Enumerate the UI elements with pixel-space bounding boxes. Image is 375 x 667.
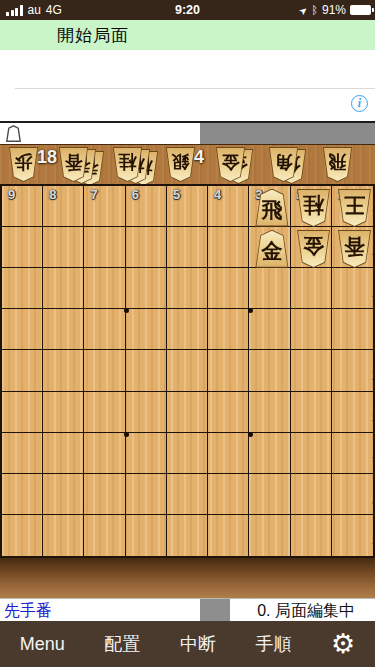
board-cell[interactable] [43, 515, 84, 556]
board-cell[interactable] [167, 515, 208, 556]
board-cell[interactable] [332, 309, 373, 350]
hand-group-角[interactable]: 角角 [268, 147, 328, 185]
hand-group-金[interactable]: 金金 [215, 147, 275, 185]
board-cell[interactable] [43, 433, 84, 474]
board-cell[interactable] [208, 309, 249, 350]
battery-percent-label: 91% [322, 3, 346, 17]
settings-gear-icon[interactable]: ⚙ [331, 631, 355, 658]
board-cell[interactable] [2, 268, 43, 309]
board-cell[interactable] [2, 227, 43, 268]
board-cell[interactable] [126, 515, 167, 556]
board-cell[interactable] [126, 474, 167, 515]
board-cell[interactable] [332, 515, 373, 556]
hand-count-label: 18 [37, 147, 57, 168]
board-cell[interactable] [291, 309, 332, 350]
shogi-board[interactable]: 987654321一二三四五六七八九飛桂王金金香 [0, 184, 375, 558]
file-label: 7 [90, 187, 97, 202]
board-cell[interactable] [332, 268, 373, 309]
board-cell[interactable] [2, 515, 43, 556]
board-cell[interactable] [126, 268, 167, 309]
board-cell[interactable] [84, 392, 125, 433]
board-cell[interactable] [84, 515, 125, 556]
gote-piece-銀[interactable]: 銀 [165, 147, 196, 182]
board-cell[interactable] [208, 350, 249, 391]
board-cell[interactable] [249, 474, 290, 515]
sente-hand-tray[interactable] [0, 558, 375, 598]
board-cell[interactable] [2, 433, 43, 474]
board-cell[interactable] [84, 268, 125, 309]
board-cell[interactable] [167, 309, 208, 350]
gote-piece-歩[interactable]: 歩 [8, 147, 39, 182]
status-right: ➤ ᛒ 91% [299, 0, 371, 20]
file-label: 5 [173, 187, 180, 202]
board-cell[interactable] [43, 268, 84, 309]
location-arrow-icon: ➤ [296, 3, 309, 17]
board-cell[interactable] [167, 350, 208, 391]
board-cell[interactable] [43, 350, 84, 391]
gote-clock-area [200, 123, 375, 144]
hand-group-飛[interactable]: 飛 [322, 147, 375, 185]
page-title: 開始局面 [57, 24, 129, 47]
status-divider-block [200, 599, 230, 622]
bottom-toolbar: Menu 配置 中断 手順 ⚙ [0, 621, 375, 667]
nav-header: 開始局面 [0, 20, 375, 50]
moves-button[interactable]: 手順 [255, 632, 291, 656]
file-label: 9 [8, 187, 15, 202]
board-cell[interactable] [208, 474, 249, 515]
board-cell[interactable] [249, 350, 290, 391]
board-cell[interactable] [208, 268, 249, 309]
hand-group-桂[interactable]: 桂桂桂 [112, 147, 172, 185]
board-cell[interactable] [167, 392, 208, 433]
board-cell[interactable] [208, 227, 249, 268]
board-cell[interactable] [208, 392, 249, 433]
board-cell[interactable] [332, 433, 373, 474]
board-cell[interactable] [291, 268, 332, 309]
gote-piece-icon [6, 125, 21, 142]
battery-icon [350, 5, 371, 15]
hand-count-label: 4 [194, 147, 204, 168]
board-cell[interactable] [126, 392, 167, 433]
board-cell[interactable] [2, 309, 43, 350]
menu-button[interactable]: Menu [20, 634, 65, 655]
board-cell[interactable] [249, 309, 290, 350]
board-cell[interactable] [2, 474, 43, 515]
board-cell[interactable] [167, 227, 208, 268]
board-cell[interactable] [84, 309, 125, 350]
file-label: 6 [132, 187, 139, 202]
board-cell[interactable] [291, 433, 332, 474]
board-cell[interactable] [126, 433, 167, 474]
content-area: i [0, 50, 375, 121]
status-bar: au 4G 9:20 ➤ ᛒ 91% [0, 0, 375, 20]
board-cell[interactable] [2, 350, 43, 391]
placement-button[interactable]: 配置 [104, 632, 140, 656]
gote-piece-飛[interactable]: 飛 [322, 147, 353, 182]
board-cell[interactable] [291, 392, 332, 433]
interrupt-button[interactable]: 中断 [180, 632, 216, 656]
board-cell[interactable] [291, 350, 332, 391]
board-cell[interactable] [208, 433, 249, 474]
board-cell[interactable] [84, 227, 125, 268]
separator-line [15, 88, 375, 89]
board-cell[interactable] [249, 515, 290, 556]
board-cell[interactable] [43, 474, 84, 515]
board-cell[interactable] [126, 227, 167, 268]
gote-hand-tray[interactable]: 歩18香香香桂桂桂銀4金金角角飛 [0, 144, 375, 184]
board-cell[interactable] [43, 227, 84, 268]
info-button[interactable]: i [351, 95, 368, 112]
bluetooth-icon: ᛒ [311, 4, 318, 16]
board-cell[interactable] [249, 392, 290, 433]
edit-state-label: 0. 局面編集中 [257, 601, 355, 622]
board-cell[interactable] [167, 433, 208, 474]
hand-group-香[interactable]: 香香香 [58, 147, 118, 185]
board-cell[interactable] [332, 350, 373, 391]
gote-name-area[interactable] [0, 123, 200, 144]
gote-player-bar [0, 123, 375, 144]
board-cell[interactable] [84, 350, 125, 391]
board-cell[interactable] [208, 515, 249, 556]
board-cell[interactable] [332, 392, 373, 433]
board-cell[interactable] [249, 268, 290, 309]
board-cell[interactable] [126, 350, 167, 391]
board-cell[interactable] [167, 268, 208, 309]
board-cell[interactable] [84, 433, 125, 474]
board-cell[interactable] [332, 474, 373, 515]
file-label: 8 [49, 187, 56, 202]
board-cell[interactable] [291, 474, 332, 515]
board-cell[interactable] [249, 433, 290, 474]
board-cell[interactable] [43, 392, 84, 433]
board-cell[interactable] [291, 515, 332, 556]
board-cell[interactable] [126, 309, 167, 350]
board-cell[interactable] [167, 474, 208, 515]
turn-indicator-label: 先手番 [4, 601, 52, 622]
board-cell[interactable] [2, 392, 43, 433]
file-label: 4 [214, 187, 221, 202]
board-cell[interactable] [43, 309, 84, 350]
board-cell[interactable] [84, 474, 125, 515]
bottom-status-bar: 先手番 0. 局面編集中 [0, 598, 375, 621]
